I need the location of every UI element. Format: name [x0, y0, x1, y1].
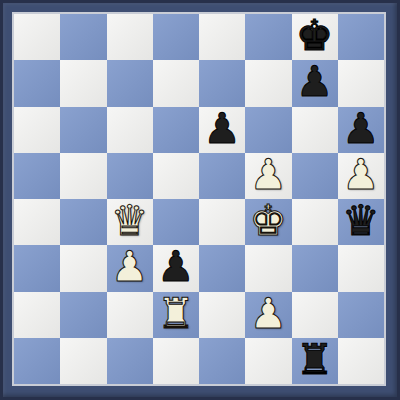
- square-g1[interactable]: ♜: [292, 338, 338, 384]
- square-c2[interactable]: [107, 292, 153, 338]
- chessboard: ♚♟♟♟♟♟♛♚♛♟♟♜♟♜: [12, 12, 386, 386]
- square-d7[interactable]: [153, 60, 199, 106]
- square-d8[interactable]: [153, 14, 199, 60]
- square-a3[interactable]: [14, 245, 60, 291]
- square-f1[interactable]: [245, 338, 291, 384]
- square-e1[interactable]: [199, 338, 245, 384]
- square-f2[interactable]: ♟: [245, 292, 291, 338]
- square-g8[interactable]: ♚: [292, 14, 338, 60]
- square-g3[interactable]: [292, 245, 338, 291]
- square-e3[interactable]: [199, 245, 245, 291]
- square-e8[interactable]: [199, 14, 245, 60]
- square-b7[interactable]: [60, 60, 106, 106]
- white-queen-c4[interactable]: ♛: [111, 200, 149, 242]
- square-f3[interactable]: [245, 245, 291, 291]
- chessboard-frame: ♚♟♟♟♟♟♛♚♛♟♟♜♟♜: [0, 0, 400, 400]
- square-b5[interactable]: [60, 153, 106, 199]
- white-pawn-f2[interactable]: ♟: [250, 293, 288, 335]
- square-a7[interactable]: [14, 60, 60, 106]
- square-h4[interactable]: ♛: [338, 199, 384, 245]
- square-b4[interactable]: [60, 199, 106, 245]
- square-c8[interactable]: [107, 14, 153, 60]
- white-pawn-h5[interactable]: ♟: [342, 154, 380, 196]
- square-d4[interactable]: [153, 199, 199, 245]
- white-pawn-c3[interactable]: ♟: [111, 246, 149, 288]
- white-pawn-f5[interactable]: ♟: [250, 154, 288, 196]
- square-d5[interactable]: [153, 153, 199, 199]
- square-b2[interactable]: [60, 292, 106, 338]
- square-g5[interactable]: [292, 153, 338, 199]
- square-c4[interactable]: ♛: [107, 199, 153, 245]
- black-queen-h4[interactable]: ♛: [342, 200, 380, 242]
- square-e2[interactable]: [199, 292, 245, 338]
- square-a8[interactable]: [14, 14, 60, 60]
- black-pawn-g7[interactable]: ♟: [296, 61, 334, 103]
- square-c7[interactable]: [107, 60, 153, 106]
- square-a4[interactable]: [14, 199, 60, 245]
- square-f4[interactable]: ♚: [245, 199, 291, 245]
- square-c3[interactable]: ♟: [107, 245, 153, 291]
- square-c5[interactable]: [107, 153, 153, 199]
- square-d3[interactable]: ♟: [153, 245, 199, 291]
- square-h7[interactable]: [338, 60, 384, 106]
- black-pawn-e6[interactable]: ♟: [203, 108, 241, 150]
- square-a6[interactable]: [14, 107, 60, 153]
- black-rook-g1[interactable]: ♜: [296, 339, 334, 381]
- square-g4[interactable]: [292, 199, 338, 245]
- square-h5[interactable]: ♟: [338, 153, 384, 199]
- square-f7[interactable]: [245, 60, 291, 106]
- square-h8[interactable]: [338, 14, 384, 60]
- square-h3[interactable]: [338, 245, 384, 291]
- square-d1[interactable]: [153, 338, 199, 384]
- square-a5[interactable]: [14, 153, 60, 199]
- black-pawn-d3[interactable]: ♟: [157, 246, 195, 288]
- square-g7[interactable]: ♟: [292, 60, 338, 106]
- square-h6[interactable]: ♟: [338, 107, 384, 153]
- black-pawn-h6[interactable]: ♟: [342, 108, 380, 150]
- square-f6[interactable]: [245, 107, 291, 153]
- square-h1[interactable]: [338, 338, 384, 384]
- square-g6[interactable]: [292, 107, 338, 153]
- square-a2[interactable]: [14, 292, 60, 338]
- white-rook-d2[interactable]: ♜: [157, 293, 195, 335]
- square-c6[interactable]: [107, 107, 153, 153]
- square-a1[interactable]: [14, 338, 60, 384]
- white-king-f4[interactable]: ♚: [250, 200, 288, 242]
- square-d2[interactable]: ♜: [153, 292, 199, 338]
- square-b3[interactable]: [60, 245, 106, 291]
- square-e4[interactable]: [199, 199, 245, 245]
- square-b8[interactable]: [60, 14, 106, 60]
- square-f5[interactable]: ♟: [245, 153, 291, 199]
- square-b6[interactable]: [60, 107, 106, 153]
- square-f8[interactable]: [245, 14, 291, 60]
- square-b1[interactable]: [60, 338, 106, 384]
- black-king-g8[interactable]: ♚: [296, 15, 334, 57]
- square-h2[interactable]: [338, 292, 384, 338]
- square-e5[interactable]: [199, 153, 245, 199]
- square-c1[interactable]: [107, 338, 153, 384]
- square-e7[interactable]: [199, 60, 245, 106]
- square-e6[interactable]: ♟: [199, 107, 245, 153]
- square-d6[interactable]: [153, 107, 199, 153]
- square-g2[interactable]: [292, 292, 338, 338]
